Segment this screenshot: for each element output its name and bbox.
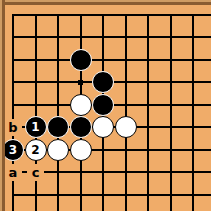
- point-label-a: a: [5, 164, 22, 181]
- grid-line-horizontal: [12, 14, 211, 16]
- point-label-c: c: [27, 164, 44, 181]
- board-frame-top: [0, 0, 211, 5]
- grid-line-vertical: [192, 14, 194, 212]
- white-stone: [115, 116, 137, 138]
- grid-line-horizontal: [12, 36, 211, 38]
- black-stone: [92, 94, 114, 116]
- grid-line-vertical: [12, 14, 14, 212]
- grid-line-horizontal: [12, 59, 211, 61]
- go-board: bac 132: [0, 0, 211, 211]
- black-stone: [92, 71, 114, 93]
- grid-line-horizontal: [12, 194, 211, 196]
- white-stone: [47, 139, 69, 161]
- board-frame-left: [0, 0, 5, 211]
- black-stone-move-3: 3: [2, 139, 24, 161]
- black-stone: [70, 116, 92, 138]
- grid-line-vertical: [170, 14, 172, 212]
- black-stone-move-1: 1: [25, 116, 47, 138]
- point-label-b: b: [5, 119, 22, 136]
- star-point: [78, 80, 83, 85]
- white-stone: [70, 139, 92, 161]
- black-stone: [70, 49, 92, 71]
- grid-line-vertical: [35, 14, 37, 212]
- white-stone: [92, 116, 114, 138]
- white-stone-move-2: 2: [25, 139, 47, 161]
- white-stone: [70, 94, 92, 116]
- black-stone: [47, 116, 69, 138]
- grid-line-vertical: [125, 14, 127, 212]
- grid-line-vertical: [57, 14, 59, 212]
- grid-line-vertical: [147, 14, 149, 212]
